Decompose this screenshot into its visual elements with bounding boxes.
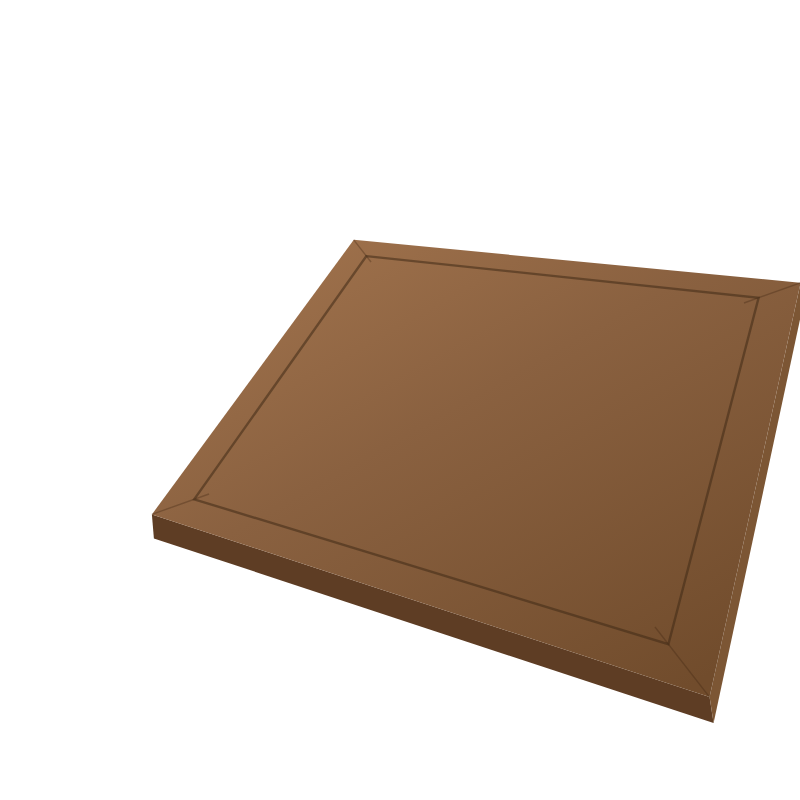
chess-set-product-photo: [0, 0, 800, 800]
chess-board-photo-svg: [0, 0, 800, 800]
